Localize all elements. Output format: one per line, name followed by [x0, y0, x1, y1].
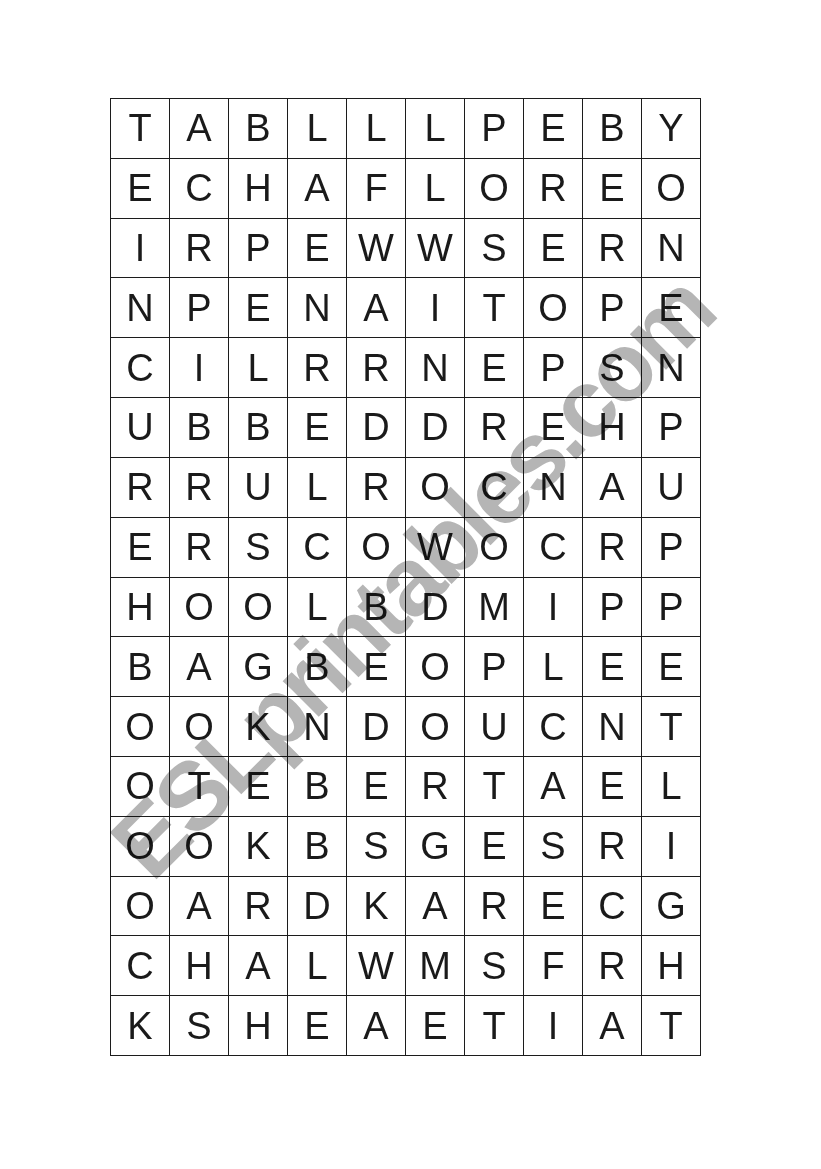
grid-cell[interactable]: L [288, 458, 347, 518]
grid-cell[interactable]: R [170, 458, 229, 518]
grid-cell[interactable]: L [406, 159, 465, 219]
grid-cell[interactable]: B [583, 99, 642, 159]
grid-cell[interactable]: A [170, 99, 229, 159]
grid-cell[interactable]: R [583, 219, 642, 279]
grid-cell[interactable]: U [465, 697, 524, 757]
grid-cell[interactable]: C [288, 518, 347, 578]
grid-cell[interactable]: E [347, 637, 406, 697]
worksheet-page: TABLLLPEBYECHAFLOREOIRPEWWSERNNPENAITOPE… [0, 0, 821, 1169]
grid-cell[interactable]: P [642, 518, 701, 578]
grid-cell[interactable]: W [406, 219, 465, 279]
grid-cell[interactable]: O [406, 458, 465, 518]
grid-cell[interactable]: L [406, 99, 465, 159]
grid-cell[interactable]: C [524, 697, 583, 757]
grid-cell[interactable]: R [583, 518, 642, 578]
grid-cell[interactable]: P [170, 278, 229, 338]
grid-cell[interactable]: N [111, 278, 170, 338]
grid-cell[interactable]: P [465, 99, 524, 159]
grid-cell[interactable]: D [347, 398, 406, 458]
grid-cell[interactable]: L [288, 936, 347, 996]
grid-cell[interactable]: T [465, 757, 524, 817]
grid-cell[interactable]: A [583, 996, 642, 1056]
grid-cell[interactable]: R [347, 338, 406, 398]
grid-cell[interactable]: G [406, 817, 465, 877]
grid-cell[interactable]: C [524, 518, 583, 578]
grid-cell[interactable]: E [229, 278, 288, 338]
grid-cell[interactable]: H [229, 996, 288, 1056]
grid-cell[interactable]: M [465, 578, 524, 638]
grid-cell[interactable]: O [406, 637, 465, 697]
grid-cell[interactable]: I [524, 996, 583, 1056]
grid-cell[interactable]: K [111, 996, 170, 1056]
grid-cell[interactable]: E [347, 757, 406, 817]
grid-cell[interactable]: N [288, 697, 347, 757]
grid-cell[interactable]: E [642, 278, 701, 338]
grid-cell[interactable]: O [170, 578, 229, 638]
grid-cell[interactable]: E [583, 637, 642, 697]
grid-cell[interactable]: K [347, 877, 406, 937]
grid-cell[interactable]: H [583, 398, 642, 458]
grid-cell[interactable]: E [524, 398, 583, 458]
grid-cell[interactable]: H [170, 936, 229, 996]
grid-cell[interactable]: U [229, 458, 288, 518]
grid-cell[interactable]: S [465, 219, 524, 279]
grid-cell[interactable]: P [229, 219, 288, 279]
grid-cell[interactable]: S [524, 817, 583, 877]
grid-cell[interactable]: R [288, 338, 347, 398]
grid-cell[interactable]: O [524, 278, 583, 338]
grid-cell[interactable]: S [170, 996, 229, 1056]
grid-cell[interactable]: A [347, 278, 406, 338]
grid-cell[interactable]: A [170, 877, 229, 937]
grid-cell[interactable]: W [347, 936, 406, 996]
grid-cell[interactable]: N [642, 219, 701, 279]
grid-cell[interactable]: C [170, 159, 229, 219]
grid-cell[interactable]: B [288, 817, 347, 877]
grid-cell[interactable]: R [406, 757, 465, 817]
grid-cell[interactable]: C [111, 936, 170, 996]
grid-cell[interactable]: E [524, 99, 583, 159]
grid-cell[interactable]: O [170, 697, 229, 757]
grid-cell[interactable]: R [465, 398, 524, 458]
grid-cell[interactable]: B [229, 99, 288, 159]
grid-cell[interactable]: R [170, 518, 229, 578]
grid-cell[interactable]: T [111, 99, 170, 159]
grid-cell[interactable]: R [465, 877, 524, 937]
grid-cell[interactable]: L [288, 99, 347, 159]
grid-cell[interactable]: L [288, 578, 347, 638]
grid-cell[interactable]: P [524, 338, 583, 398]
grid-cell[interactable]: I [111, 219, 170, 279]
grid-cell[interactable]: H [642, 936, 701, 996]
grid-cell[interactable]: E [465, 338, 524, 398]
grid-cell[interactable]: S [583, 338, 642, 398]
grid-cell[interactable]: O [170, 817, 229, 877]
grid-cell[interactable]: E [229, 757, 288, 817]
grid-cell[interactable]: I [642, 817, 701, 877]
grid-cell[interactable]: E [465, 817, 524, 877]
grid-cell[interactable]: U [111, 398, 170, 458]
grid-cell[interactable]: K [229, 697, 288, 757]
grid-cell[interactable]: R [229, 877, 288, 937]
grid-cell[interactable]: G [229, 637, 288, 697]
grid-cell[interactable]: P [642, 398, 701, 458]
grid-cell[interactable]: F [524, 936, 583, 996]
grid-cell[interactable]: T [465, 996, 524, 1056]
grid-cell[interactable]: D [288, 877, 347, 937]
grid-cell[interactable]: H [111, 578, 170, 638]
grid-cell[interactable]: R [583, 817, 642, 877]
grid-cell[interactable]: F [347, 159, 406, 219]
grid-cell[interactable]: R [111, 458, 170, 518]
grid-cell[interactable]: T [170, 757, 229, 817]
grid-cell[interactable]: N [642, 338, 701, 398]
grid-cell[interactable]: B [111, 637, 170, 697]
grid-cell[interactable]: O [111, 877, 170, 937]
grid-cell[interactable]: I [524, 578, 583, 638]
grid-cell[interactable]: C [583, 877, 642, 937]
grid-cell[interactable]: N [524, 458, 583, 518]
grid-cell[interactable]: E [288, 996, 347, 1056]
grid-cell[interactable]: O [465, 159, 524, 219]
grid-cell[interactable]: P [583, 578, 642, 638]
grid-cell[interactable]: E [524, 219, 583, 279]
grid-cell[interactable]: O [406, 697, 465, 757]
grid-cell[interactable]: B [288, 637, 347, 697]
grid-cell[interactable]: O [229, 578, 288, 638]
grid-cell[interactable]: L [347, 99, 406, 159]
grid-cell[interactable]: N [406, 338, 465, 398]
grid-cell[interactable]: H [229, 159, 288, 219]
word-search-grid: TABLLLPEBYECHAFLOREOIRPEWWSERNNPENAITOPE… [110, 98, 701, 1056]
grid-cell[interactable]: E [524, 877, 583, 937]
grid-cell[interactable]: W [406, 518, 465, 578]
grid-cell[interactable]: L [229, 338, 288, 398]
grid-cell[interactable]: I [170, 338, 229, 398]
grid-cell[interactable]: P [465, 637, 524, 697]
grid-cell[interactable]: U [642, 458, 701, 518]
grid-cell[interactable]: W [347, 219, 406, 279]
grid-cell[interactable]: C [111, 338, 170, 398]
grid-cell[interactable]: M [406, 936, 465, 996]
grid-cell[interactable]: A [406, 877, 465, 937]
grid-cell[interactable]: A [229, 936, 288, 996]
grid-cell[interactable]: O [111, 817, 170, 877]
grid-cell[interactable]: I [406, 278, 465, 338]
grid-cell[interactable]: P [642, 578, 701, 638]
grid-cell[interactable]: L [524, 637, 583, 697]
grid-cell[interactable]: G [642, 877, 701, 937]
grid-cell[interactable]: B [170, 398, 229, 458]
grid-cell[interactable]: E [111, 518, 170, 578]
grid-cell[interactable]: A [347, 996, 406, 1056]
grid-cell[interactable]: E [583, 757, 642, 817]
grid-cell[interactable]: N [288, 278, 347, 338]
grid-cell[interactable]: P [583, 278, 642, 338]
grid-cell[interactable]: O [465, 518, 524, 578]
grid-cell[interactable]: T [642, 996, 701, 1056]
grid-cell[interactable]: E [111, 159, 170, 219]
grid-cell[interactable]: O [642, 159, 701, 219]
grid-cell[interactable]: E [642, 637, 701, 697]
grid-cell[interactable]: L [642, 757, 701, 817]
grid-cell[interactable]: E [583, 159, 642, 219]
grid-cell[interactable]: S [229, 518, 288, 578]
grid-cell[interactable]: R [524, 159, 583, 219]
grid-cell[interactable]: R [583, 936, 642, 996]
grid-cell[interactable]: Y [642, 99, 701, 159]
grid-cell[interactable]: S [347, 817, 406, 877]
grid-cell[interactable]: A [524, 757, 583, 817]
grid-cell[interactable]: T [642, 697, 701, 757]
grid-cell[interactable]: B [288, 757, 347, 817]
grid-cell[interactable]: D [406, 398, 465, 458]
grid-cell[interactable]: E [288, 219, 347, 279]
grid-cell[interactable]: S [465, 936, 524, 996]
grid-cell[interactable]: A [288, 159, 347, 219]
grid-cell[interactable]: A [170, 637, 229, 697]
grid-cell[interactable]: C [465, 458, 524, 518]
grid-cell[interactable]: K [229, 817, 288, 877]
grid-cell[interactable]: D [347, 697, 406, 757]
grid-cell[interactable]: R [347, 458, 406, 518]
grid-cell[interactable]: E [406, 996, 465, 1056]
grid-cell[interactable]: O [111, 697, 170, 757]
grid-cell[interactable]: A [583, 458, 642, 518]
grid-cell[interactable]: E [288, 398, 347, 458]
grid-cell[interactable]: B [229, 398, 288, 458]
grid-cell[interactable]: O [111, 757, 170, 817]
grid-cell[interactable]: O [347, 518, 406, 578]
grid-cell[interactable]: B [347, 578, 406, 638]
grid-cell[interactable]: N [583, 697, 642, 757]
grid-cell[interactable]: R [170, 219, 229, 279]
grid-cell[interactable]: T [465, 278, 524, 338]
grid-cell[interactable]: D [406, 578, 465, 638]
